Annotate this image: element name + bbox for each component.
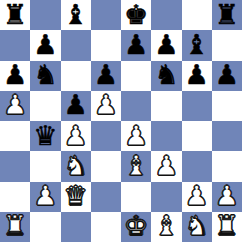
piece-black-pawn[interactable]: ♟ [33, 31, 57, 58]
square-g7[interactable]: ♝ [182, 30, 212, 60]
square-h5[interactable] [212, 91, 242, 121]
piece-white-knight[interactable]: ♞ [64, 152, 88, 179]
square-b1[interactable] [30, 212, 60, 242]
square-a8[interactable]: ♜ [0, 0, 30, 30]
square-d6[interactable]: ♟ [91, 61, 121, 91]
piece-black-knight[interactable]: ♞ [33, 61, 57, 88]
piece-white-bishop[interactable]: ♝ [124, 152, 148, 179]
square-b3[interactable] [30, 151, 60, 181]
square-a2[interactable] [0, 182, 30, 212]
square-g1[interactable]: ♞ [182, 212, 212, 242]
square-e8[interactable]: ♚ [121, 0, 151, 30]
square-e3[interactable]: ♝ [121, 151, 151, 181]
square-g5[interactable] [182, 91, 212, 121]
square-c4[interactable]: ♟ [61, 121, 91, 151]
square-e1[interactable]: ♚ [121, 212, 151, 242]
chess-board: ♜♝♚♜♟♟♟♝♟♞♟♞♟♟♟♟♟♛♟♟♞♝♟♟♛♟♟♜♚♝♞♜ [0, 0, 242, 242]
square-f5[interactable] [151, 91, 181, 121]
piece-white-queen[interactable]: ♛ [64, 182, 88, 209]
piece-white-knight[interactable]: ♞ [185, 212, 209, 239]
chess-board-container: ♜♝♚♜♟♟♟♝♟♞♟♞♟♟♟♟♟♛♟♟♞♝♟♟♛♟♟♜♚♝♞♜ [0, 0, 242, 242]
square-b6[interactable]: ♞ [30, 61, 60, 91]
square-d1[interactable] [91, 212, 121, 242]
square-c7[interactable] [61, 30, 91, 60]
square-a7[interactable] [0, 30, 30, 60]
piece-white-pawn[interactable]: ♟ [124, 122, 148, 149]
square-e4[interactable]: ♟ [121, 121, 151, 151]
piece-black-knight[interactable]: ♞ [154, 61, 178, 88]
square-f6[interactable]: ♞ [151, 61, 181, 91]
piece-black-rook[interactable]: ♜ [215, 1, 239, 28]
square-h3[interactable] [212, 151, 242, 181]
square-c3[interactable]: ♞ [61, 151, 91, 181]
square-f7[interactable]: ♟ [151, 30, 181, 60]
piece-black-queen[interactable]: ♛ [33, 122, 57, 149]
square-f2[interactable] [151, 182, 181, 212]
square-f3[interactable]: ♟ [151, 151, 181, 181]
square-g6[interactable]: ♟ [182, 61, 212, 91]
square-d3[interactable] [91, 151, 121, 181]
square-c1[interactable] [61, 212, 91, 242]
square-h2[interactable]: ♟ [212, 182, 242, 212]
piece-white-pawn[interactable]: ♟ [185, 182, 209, 209]
square-h1[interactable]: ♜ [212, 212, 242, 242]
piece-white-king[interactable]: ♚ [124, 212, 148, 239]
piece-white-pawn[interactable]: ♟ [215, 182, 239, 209]
square-h4[interactable] [212, 121, 242, 151]
square-e2[interactable] [121, 182, 151, 212]
square-f4[interactable] [151, 121, 181, 151]
square-d4[interactable] [91, 121, 121, 151]
square-e7[interactable]: ♟ [121, 30, 151, 60]
piece-white-pawn[interactable]: ♟ [3, 91, 27, 118]
square-g2[interactable]: ♟ [182, 182, 212, 212]
piece-black-bishop[interactable]: ♝ [64, 1, 88, 28]
square-a1[interactable]: ♜ [0, 212, 30, 242]
square-g4[interactable] [182, 121, 212, 151]
piece-white-pawn[interactable]: ♟ [94, 91, 118, 118]
piece-black-pawn[interactable]: ♟ [154, 31, 178, 58]
square-b7[interactable]: ♟ [30, 30, 60, 60]
square-a5[interactable]: ♟ [0, 91, 30, 121]
piece-black-pawn[interactable]: ♟ [124, 31, 148, 58]
piece-black-pawn[interactable]: ♟ [64, 91, 88, 118]
square-e5[interactable] [121, 91, 151, 121]
square-a4[interactable] [0, 121, 30, 151]
square-h6[interactable]: ♟ [212, 61, 242, 91]
piece-black-pawn[interactable]: ♟ [94, 61, 118, 88]
square-c6[interactable] [61, 61, 91, 91]
square-c8[interactable]: ♝ [61, 0, 91, 30]
square-g8[interactable] [182, 0, 212, 30]
square-a3[interactable] [0, 151, 30, 181]
square-b4[interactable]: ♛ [30, 121, 60, 151]
piece-white-pawn[interactable]: ♟ [33, 182, 57, 209]
square-b5[interactable] [30, 91, 60, 121]
square-h8[interactable]: ♜ [212, 0, 242, 30]
piece-white-rook[interactable]: ♜ [3, 212, 27, 239]
piece-black-pawn[interactable]: ♟ [185, 61, 209, 88]
piece-black-bishop[interactable]: ♝ [185, 31, 209, 58]
square-d7[interactable] [91, 30, 121, 60]
square-d5[interactable]: ♟ [91, 91, 121, 121]
square-c5[interactable]: ♟ [61, 91, 91, 121]
piece-black-king[interactable]: ♚ [124, 1, 148, 28]
square-c2[interactable]: ♛ [61, 182, 91, 212]
square-b2[interactable]: ♟ [30, 182, 60, 212]
piece-black-pawn[interactable]: ♟ [215, 61, 239, 88]
square-d2[interactable] [91, 182, 121, 212]
square-d8[interactable] [91, 0, 121, 30]
square-e6[interactable] [121, 61, 151, 91]
square-f1[interactable]: ♝ [151, 212, 181, 242]
piece-white-pawn[interactable]: ♟ [154, 152, 178, 179]
square-f8[interactable] [151, 0, 181, 30]
square-a6[interactable]: ♟ [0, 61, 30, 91]
square-b8[interactable] [30, 0, 60, 30]
square-g3[interactable] [182, 151, 212, 181]
piece-black-pawn[interactable]: ♟ [3, 61, 27, 88]
piece-white-rook[interactable]: ♜ [215, 212, 239, 239]
piece-white-pawn[interactable]: ♟ [64, 122, 88, 149]
piece-black-rook[interactable]: ♜ [3, 1, 27, 28]
square-h7[interactable] [212, 30, 242, 60]
piece-white-bishop[interactable]: ♝ [154, 212, 178, 239]
